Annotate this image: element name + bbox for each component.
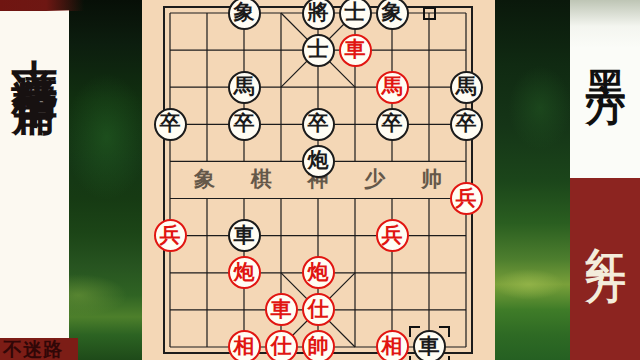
piece-black-elephant: 象 <box>376 0 409 30</box>
piece-black-cannon: 炮 <box>302 145 335 178</box>
bottom-red-band: 不迷路 <box>0 338 78 360</box>
piece-black-pawn: 卒 <box>450 108 483 141</box>
black-side-panel: 黑方 <box>570 0 640 178</box>
piece-black-pawn: 卒 <box>228 108 261 141</box>
top-red-band <box>0 0 84 11</box>
piece-black-pawn: 卒 <box>376 108 409 141</box>
piece-red-advisor: 仕 <box>265 330 298 360</box>
bracket-corner <box>439 326 450 337</box>
black-side-label: 黑方 <box>585 38 625 178</box>
piece-black-advisor: 士 <box>339 0 372 30</box>
left-title-panel: 古谱精华篇 <box>0 10 69 338</box>
piece-red-general: 帥 <box>302 330 335 360</box>
piece-red-advisor: 仕 <box>302 293 335 326</box>
piece-red-pawn: 兵 <box>450 182 483 215</box>
foliage-background-right <box>495 0 570 360</box>
piece-black-horse: 馬 <box>228 71 261 104</box>
bracket-corner <box>439 356 450 360</box>
bracket-corner <box>409 356 420 360</box>
xiangqi-board: 象棋神少帅 象將士象士車馬馬馬卒卒卒卒卒炮兵兵車兵炮炮車仕相仕帥相車 <box>142 0 495 360</box>
piece-red-elephant: 相 <box>228 330 261 360</box>
piece-black-chariot: 車 <box>228 219 261 252</box>
video-frame: 象棋神少帅 象將士象士車馬馬馬卒卒卒卒卒炮兵兵車兵炮炮車仕相仕帥相車 古谱精华篇… <box>0 0 640 360</box>
piece-black-pawn: 卒 <box>302 108 335 141</box>
piece-black-pawn: 卒 <box>154 108 187 141</box>
red-side-label: 红方 <box>585 216 625 360</box>
piece-red-horse: 馬 <box>376 71 409 104</box>
pieces-layer: 象將士象士車馬馬馬卒卒卒卒卒炮兵兵車兵炮炮車仕相仕帥相車 <box>152 0 485 360</box>
piece-red-pawn: 兵 <box>154 219 187 252</box>
piece-red-elephant: 相 <box>376 330 409 360</box>
footer-slogan: 不迷路 <box>3 340 63 359</box>
bracket-corner <box>409 326 420 337</box>
piece-black-advisor: 士 <box>302 34 335 67</box>
red-side-panel: 红方 <box>570 178 640 360</box>
piece-black-horse: 馬 <box>450 71 483 104</box>
piece-red-cannon: 炮 <box>302 256 335 289</box>
piece-black-elephant: 象 <box>228 0 261 30</box>
piece-red-cannon: 炮 <box>228 256 261 289</box>
piece-red-pawn: 兵 <box>376 219 409 252</box>
last-move-origin-marker <box>423 7 436 20</box>
piece-black-general: 將 <box>302 0 335 30</box>
piece-red-chariot: 車 <box>339 34 372 67</box>
piece-red-chariot: 車 <box>265 293 298 326</box>
last-move-destination-marker <box>409 326 450 360</box>
series-title: 古谱精华篇 <box>12 22 58 338</box>
